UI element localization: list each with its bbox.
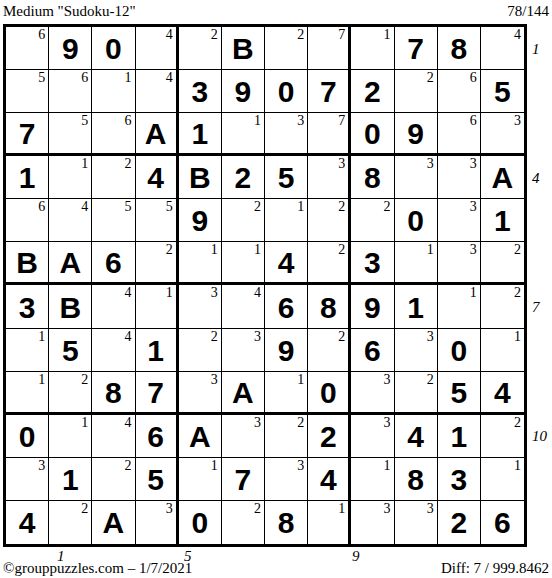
cell-r1c12[interactable]: 4 bbox=[481, 27, 524, 70]
cell-r7c11[interactable]: 1 bbox=[438, 285, 481, 328]
cell-r11c10[interactable]: 8 bbox=[395, 458, 438, 501]
pencil-mark: 2 bbox=[211, 27, 218, 43]
cell-r10c10[interactable]: 4 bbox=[395, 415, 438, 458]
cell-value: 4 bbox=[278, 246, 295, 278]
cell-value: 8 bbox=[450, 32, 467, 64]
cell-r6c3[interactable]: 6 bbox=[92, 242, 135, 285]
cell-r2c4[interactable]: 4 bbox=[136, 70, 179, 113]
cell-value: 1 bbox=[450, 420, 467, 452]
cell-r1c9[interactable]: 1 bbox=[351, 27, 394, 70]
cell-value: 9 bbox=[62, 32, 79, 64]
cell-value: 0 bbox=[19, 420, 36, 452]
cell-r5c4[interactable]: 5 bbox=[136, 199, 179, 242]
pencil-mark: 4 bbox=[81, 199, 88, 215]
cell-value: 3 bbox=[364, 246, 381, 278]
cell-r10c12[interactable]: 2 bbox=[481, 415, 524, 458]
cell-r8c11[interactable]: 0 bbox=[438, 329, 481, 372]
cell-r5c8[interactable]: 2 bbox=[308, 199, 351, 242]
cell-r2c10[interactable]: 2 bbox=[395, 70, 438, 113]
cell-r1c2[interactable]: 9 bbox=[49, 27, 92, 70]
cell-value: 6 bbox=[278, 291, 295, 323]
cell-r8c12[interactable]: 1 bbox=[481, 329, 524, 372]
cell-r8c1[interactable]: 1 bbox=[6, 329, 49, 372]
pencil-mark: 3 bbox=[254, 329, 261, 345]
cell-r6c7[interactable]: 4 bbox=[265, 242, 308, 285]
pencil-mark: 6 bbox=[38, 27, 45, 43]
cell-r10c7[interactable]: 2 bbox=[265, 415, 308, 458]
cell-value: 7 bbox=[235, 463, 252, 495]
pencil-mark: 2 bbox=[166, 242, 173, 258]
cell-r6c10[interactable]: 1 bbox=[395, 242, 438, 285]
cell-r11c6[interactable]: 7 bbox=[222, 458, 265, 501]
row-label-10: 10 bbox=[532, 428, 547, 444]
cell-r1c10[interactable]: 7 bbox=[395, 27, 438, 70]
cell-value: 7 bbox=[147, 376, 164, 408]
cell-value: 1 bbox=[191, 117, 208, 149]
cell-value: 0 bbox=[450, 334, 467, 366]
cell-value: 8 bbox=[320, 291, 337, 323]
cell-r6c12[interactable]: 2 bbox=[481, 242, 524, 285]
cell-r1c8[interactable]: 7 bbox=[308, 27, 351, 70]
cell-r7c2[interactable]: B bbox=[49, 285, 92, 328]
cell-value: 4 bbox=[320, 463, 337, 495]
cell-value: A bbox=[145, 117, 167, 149]
cell-r3c5[interactable]: 1 bbox=[179, 113, 222, 156]
cell-r11c3[interactable]: 2 bbox=[92, 458, 135, 501]
col-label-9: 9 bbox=[352, 548, 360, 564]
pencil-mark: 2 bbox=[297, 415, 304, 431]
cell-r11c7[interactable]: 3 bbox=[265, 458, 308, 501]
copyright-text: ©grouppuzzles.com – 1/7/2021 bbox=[3, 560, 192, 577]
pencil-mark: 3 bbox=[166, 501, 173, 517]
cell-value: 5 bbox=[278, 161, 295, 193]
cell-r9c2[interactable]: 2 bbox=[49, 372, 92, 415]
cell-r11c11[interactable]: 3 bbox=[438, 458, 481, 501]
cell-r11c4[interactable]: 5 bbox=[136, 458, 179, 501]
pencil-mark: 1 bbox=[514, 329, 521, 345]
pencil-mark: 1 bbox=[254, 113, 261, 129]
pencil-mark: 5 bbox=[166, 199, 173, 215]
cell-value: 0 bbox=[407, 204, 424, 236]
cell-r8c7[interactable]: 9 bbox=[265, 329, 308, 372]
cell-r9c4[interactable]: 7 bbox=[136, 372, 179, 415]
pencil-mark: 3 bbox=[384, 372, 391, 388]
cell-value: 0 bbox=[105, 32, 122, 64]
cell-r1c7[interactable]: 2 bbox=[265, 27, 308, 70]
cell-value: 4 bbox=[19, 506, 36, 538]
pencil-mark: 6 bbox=[470, 113, 477, 129]
cell-r2c5[interactable]: 3 bbox=[179, 70, 222, 113]
cell-r10c2[interactable]: 1 bbox=[49, 415, 92, 458]
cell-r7c1[interactable]: 3 bbox=[6, 285, 49, 328]
cell-r4c5[interactable]: B bbox=[179, 156, 222, 199]
cell-r5c1[interactable]: 6 bbox=[6, 199, 49, 242]
pencil-mark: 2 bbox=[81, 501, 88, 517]
cell-r5c10[interactable]: 0 bbox=[395, 199, 438, 242]
pencil-mark: 3 bbox=[384, 501, 391, 517]
cell-r5c9[interactable]: 2 bbox=[351, 199, 394, 242]
pencil-mark: 1 bbox=[211, 242, 218, 258]
cell-r7c6[interactable]: 4 bbox=[222, 285, 265, 328]
pencil-mark: 2 bbox=[384, 199, 391, 215]
pencil-mark: 6 bbox=[38, 199, 45, 215]
pencil-mark: 5 bbox=[38, 70, 45, 86]
cell-value: 8 bbox=[364, 161, 381, 193]
cell-r1c5[interactable]: 2 bbox=[179, 27, 222, 70]
cell-r8c8[interactable]: 2 bbox=[308, 329, 351, 372]
cell-r6c5[interactable]: 1 bbox=[179, 242, 222, 285]
cell-r3c4[interactable]: A bbox=[136, 113, 179, 156]
cell-value: 7 bbox=[320, 75, 337, 107]
cell-value: 8 bbox=[278, 506, 295, 538]
pencil-mark: 4 bbox=[125, 415, 132, 431]
cell-value: A bbox=[492, 161, 514, 193]
cell-value: 1 bbox=[407, 291, 424, 323]
cell-r8c10[interactable]: 3 bbox=[395, 329, 438, 372]
cell-value: B bbox=[16, 246, 38, 278]
pencil-mark: 1 bbox=[297, 199, 304, 215]
pencil-mark: 1 bbox=[514, 458, 521, 474]
pencil-mark: 2 bbox=[338, 329, 345, 345]
cell-value: 3 bbox=[450, 463, 467, 495]
pencil-mark: 2 bbox=[254, 501, 261, 517]
cell-value: 1 bbox=[62, 463, 79, 495]
cell-r10c1[interactable]: 0 bbox=[6, 415, 49, 458]
cell-r2c6[interactable]: 9 bbox=[222, 70, 265, 113]
cell-r4c12[interactable]: A bbox=[481, 156, 524, 199]
pencil-mark: 1 bbox=[470, 285, 477, 301]
cell-r12c4[interactable]: 3 bbox=[136, 501, 179, 544]
pencil-mark: 1 bbox=[81, 156, 88, 172]
cell-value: 8 bbox=[105, 376, 122, 408]
cell-r2c9[interactable]: 2 bbox=[351, 70, 394, 113]
cell-r6c6[interactable]: 1 bbox=[222, 242, 265, 285]
cell-r4c10[interactable]: 3 bbox=[395, 156, 438, 199]
cell-r3c8[interactable]: 7 bbox=[308, 113, 351, 156]
cell-r5c12[interactable]: 1 bbox=[481, 199, 524, 242]
cell-r11c1[interactable]: 3 bbox=[6, 458, 49, 501]
cell-r7c4[interactable]: 1 bbox=[136, 285, 179, 328]
cell-r4c2[interactable]: 1 bbox=[49, 156, 92, 199]
pencil-mark: 7 bbox=[338, 27, 345, 43]
cell-value: 7 bbox=[407, 32, 424, 64]
cell-r3c11[interactable]: 6 bbox=[438, 113, 481, 156]
pencil-mark: 2 bbox=[427, 70, 434, 86]
cell-r10c5[interactable]: A bbox=[179, 415, 222, 458]
pencil-mark: 1 bbox=[166, 285, 173, 301]
cell-value: 0 bbox=[364, 117, 381, 149]
cell-r9c6[interactable]: A bbox=[222, 372, 265, 415]
progress-counter: 78/144 bbox=[507, 3, 549, 20]
cell-r4c4[interactable]: 4 bbox=[136, 156, 179, 199]
cell-value: 4 bbox=[494, 376, 511, 408]
cell-r4c8[interactable]: 3 bbox=[308, 156, 351, 199]
cell-r3c9[interactable]: 0 bbox=[351, 113, 394, 156]
cell-r9c12[interactable]: 4 bbox=[481, 372, 524, 415]
cell-value: 7 bbox=[19, 117, 36, 149]
row-label-7: 7 bbox=[532, 299, 540, 315]
cell-r2c11[interactable]: 6 bbox=[438, 70, 481, 113]
cell-r8c6[interactable]: 3 bbox=[222, 329, 265, 372]
pencil-mark: 1 bbox=[81, 415, 88, 431]
cell-r10c6[interactable]: 3 bbox=[222, 415, 265, 458]
cell-value: 6 bbox=[105, 246, 122, 278]
cell-r12c6[interactable]: 2 bbox=[222, 501, 265, 544]
cell-r9c3[interactable]: 8 bbox=[92, 372, 135, 415]
cell-r12c7[interactable]: 8 bbox=[265, 501, 308, 544]
pencil-mark: 6 bbox=[470, 70, 477, 86]
cell-r5c6[interactable]: 2 bbox=[222, 199, 265, 242]
pencil-mark: 2 bbox=[427, 372, 434, 388]
cell-r7c10[interactable]: 1 bbox=[395, 285, 438, 328]
cell-value: 6 bbox=[147, 420, 164, 452]
cell-r12c8[interactable]: 1 bbox=[308, 501, 351, 544]
cell-value: B bbox=[189, 161, 211, 193]
pencil-mark: 3 bbox=[470, 242, 477, 258]
cell-r7c7[interactable]: 6 bbox=[265, 285, 308, 328]
cell-r12c1[interactable]: 4 bbox=[6, 501, 49, 544]
pencil-mark: 3 bbox=[211, 285, 218, 301]
pencil-mark: 2 bbox=[514, 285, 521, 301]
cell-r2c7[interactable]: 0 bbox=[265, 70, 308, 113]
pencil-mark: 3 bbox=[427, 329, 434, 345]
cell-r12c12[interactable]: 6 bbox=[481, 501, 524, 544]
pencil-mark: 1 bbox=[384, 27, 391, 43]
cell-r1c1[interactable]: 6 bbox=[6, 27, 49, 70]
cell-r2c1[interactable]: 5 bbox=[6, 70, 49, 113]
cell-value: 3 bbox=[19, 291, 36, 323]
cell-r6c11[interactable]: 3 bbox=[438, 242, 481, 285]
cell-r8c9[interactable]: 6 bbox=[351, 329, 394, 372]
cell-r9c1[interactable]: 1 bbox=[6, 372, 49, 415]
cell-r12c11[interactable]: 2 bbox=[438, 501, 481, 544]
pencil-mark: 5 bbox=[125, 199, 132, 215]
cell-value: 3 bbox=[191, 75, 208, 107]
pencil-mark: 1 bbox=[427, 242, 434, 258]
cell-value: 5 bbox=[494, 75, 511, 107]
pencil-mark: 2 bbox=[125, 156, 132, 172]
cell-r10c3[interactable]: 4 bbox=[92, 415, 135, 458]
pencil-mark: 3 bbox=[470, 199, 477, 215]
cell-value: 4 bbox=[147, 161, 164, 193]
cell-r2c8[interactable]: 7 bbox=[308, 70, 351, 113]
cell-r10c9[interactable]: 3 bbox=[351, 415, 394, 458]
pencil-mark: 1 bbox=[125, 70, 132, 86]
cell-r12c2[interactable]: 2 bbox=[49, 501, 92, 544]
pencil-mark: 1 bbox=[38, 372, 45, 388]
pencil-mark: 1 bbox=[211, 458, 218, 474]
cell-value: 6 bbox=[364, 334, 381, 366]
cell-r7c9[interactable]: 9 bbox=[351, 285, 394, 328]
pencil-mark: 3 bbox=[470, 156, 477, 172]
pencil-mark: 2 bbox=[514, 415, 521, 431]
cell-r1c4[interactable]: 4 bbox=[136, 27, 179, 70]
cell-value: 5 bbox=[450, 376, 467, 408]
cell-r7c5[interactable]: 3 bbox=[179, 285, 222, 328]
cell-r8c5[interactable]: 2 bbox=[179, 329, 222, 372]
pencil-mark: 1 bbox=[384, 458, 391, 474]
cell-value: A bbox=[232, 376, 254, 408]
cell-value: 9 bbox=[235, 75, 252, 107]
cell-r10c8[interactable]: 2 bbox=[308, 415, 351, 458]
cell-r8c4[interactable]: 1 bbox=[136, 329, 179, 372]
cell-r10c11[interactable]: 1 bbox=[438, 415, 481, 458]
cell-value: B bbox=[59, 291, 81, 323]
cell-r2c12[interactable]: 5 bbox=[481, 70, 524, 113]
puzzle-title: Medium "Sudoku-12" bbox=[3, 3, 136, 20]
cell-r12c5[interactable]: 0 bbox=[179, 501, 222, 544]
cell-value: 5 bbox=[147, 463, 164, 495]
cell-r3c6[interactable]: 1 bbox=[222, 113, 265, 156]
pencil-mark: 2 bbox=[338, 199, 345, 215]
cell-r4c6[interactable]: 2 bbox=[222, 156, 265, 199]
cell-r8c3[interactable]: 4 bbox=[92, 329, 135, 372]
cell-r6c8[interactable]: 2 bbox=[308, 242, 351, 285]
cell-r11c8[interactable]: 4 bbox=[308, 458, 351, 501]
pencil-mark: 4 bbox=[514, 27, 521, 43]
pencil-mark: 6 bbox=[81, 70, 88, 86]
sudoku-board: 69042B271784561439072265756A113709631124… bbox=[3, 24, 527, 547]
row-label-4: 4 bbox=[532, 170, 540, 186]
cell-r3c10[interactable]: 9 bbox=[395, 113, 438, 156]
cell-r1c6[interactable]: B bbox=[222, 27, 265, 70]
pencil-mark: 3 bbox=[254, 415, 261, 431]
cell-value: 0 bbox=[191, 506, 208, 538]
cell-value: 9 bbox=[407, 117, 424, 149]
pencil-mark: 2 bbox=[254, 199, 261, 215]
cell-value: 2 bbox=[320, 420, 337, 452]
cell-r7c8[interactable]: 8 bbox=[308, 285, 351, 328]
cell-r9c11[interactable]: 5 bbox=[438, 372, 481, 415]
cell-value: 0 bbox=[278, 75, 295, 107]
pencil-mark: 6 bbox=[125, 113, 132, 129]
cell-value: 2 bbox=[450, 506, 467, 538]
pencil-mark: 3 bbox=[427, 156, 434, 172]
pencil-mark: 1 bbox=[297, 372, 304, 388]
pencil-mark: 2 bbox=[81, 372, 88, 388]
cell-r5c7[interactable]: 1 bbox=[265, 199, 308, 242]
cell-r3c12[interactable]: 3 bbox=[481, 113, 524, 156]
cell-value: 5 bbox=[62, 334, 79, 366]
pencil-mark: 3 bbox=[211, 372, 218, 388]
pencil-mark: 1 bbox=[254, 242, 261, 258]
cell-value: 2 bbox=[235, 161, 252, 193]
cell-r12c10[interactable]: 3 bbox=[395, 501, 438, 544]
cell-r6c4[interactable]: 2 bbox=[136, 242, 179, 285]
cell-r5c3[interactable]: 5 bbox=[92, 199, 135, 242]
row-label-1: 1 bbox=[532, 41, 540, 57]
pencil-mark: 4 bbox=[166, 27, 173, 43]
cell-r12c3[interactable]: A bbox=[92, 501, 135, 544]
pencil-mark: 2 bbox=[125, 458, 132, 474]
pencil-mark: 3 bbox=[297, 113, 304, 129]
cell-value: 6 bbox=[494, 506, 511, 538]
cell-value: 9 bbox=[191, 204, 208, 236]
pencil-mark: 5 bbox=[81, 113, 88, 129]
pencil-mark: 7 bbox=[338, 113, 345, 129]
pencil-mark: 2 bbox=[211, 329, 218, 345]
pencil-mark: 3 bbox=[384, 415, 391, 431]
cell-value: 9 bbox=[364, 291, 381, 323]
cell-r9c9[interactable]: 3 bbox=[351, 372, 394, 415]
cell-r1c11[interactable]: 8 bbox=[438, 27, 481, 70]
cell-r6c9[interactable]: 3 bbox=[351, 242, 394, 285]
cell-r9c8[interactable]: 0 bbox=[308, 372, 351, 415]
pencil-mark: 4 bbox=[254, 285, 261, 301]
pencil-mark: 3 bbox=[514, 113, 521, 129]
cell-r9c5[interactable]: 3 bbox=[179, 372, 222, 415]
cell-r5c11[interactable]: 3 bbox=[438, 199, 481, 242]
cell-value: 0 bbox=[320, 376, 337, 408]
pencil-mark: 1 bbox=[38, 329, 45, 345]
cell-r6c2[interactable]: A bbox=[49, 242, 92, 285]
cell-r11c5[interactable]: 1 bbox=[179, 458, 222, 501]
cell-r4c1[interactable]: 1 bbox=[6, 156, 49, 199]
cell-r3c2[interactable]: 5 bbox=[49, 113, 92, 156]
cell-r4c11[interactable]: 3 bbox=[438, 156, 481, 199]
cell-r10c4[interactable]: 6 bbox=[136, 415, 179, 458]
cell-r3c7[interactable]: 3 bbox=[265, 113, 308, 156]
pencil-mark: 2 bbox=[338, 242, 345, 258]
cell-value: 4 bbox=[407, 420, 424, 452]
cell-r5c5[interactable]: 9 bbox=[179, 199, 222, 242]
cell-r2c2[interactable]: 6 bbox=[49, 70, 92, 113]
cell-value: A bbox=[103, 506, 125, 538]
cell-r11c2[interactable]: 1 bbox=[49, 458, 92, 501]
cell-r11c9[interactable]: 1 bbox=[351, 458, 394, 501]
pencil-mark: 2 bbox=[297, 27, 304, 43]
cell-value: 9 bbox=[278, 334, 295, 366]
cell-value: A bbox=[59, 246, 81, 278]
cell-r9c10[interactable]: 2 bbox=[395, 372, 438, 415]
cell-r4c7[interactable]: 5 bbox=[265, 156, 308, 199]
pencil-mark: 4 bbox=[125, 285, 132, 301]
cell-value: A bbox=[189, 420, 211, 452]
cell-r11c12[interactable]: 1 bbox=[481, 458, 524, 501]
cell-value: 1 bbox=[494, 204, 511, 236]
cell-r9c7[interactable]: 1 bbox=[265, 372, 308, 415]
pencil-mark: 1 bbox=[338, 501, 345, 517]
cell-r4c9[interactable]: 8 bbox=[351, 156, 394, 199]
pencil-mark: 3 bbox=[427, 501, 434, 517]
pencil-mark: 3 bbox=[338, 156, 345, 172]
pencil-mark: 3 bbox=[38, 458, 45, 474]
pencil-mark: 3 bbox=[297, 458, 304, 474]
cell-value: 8 bbox=[407, 463, 424, 495]
pencil-mark: 4 bbox=[166, 70, 173, 86]
cell-value: B bbox=[232, 32, 254, 64]
pencil-mark: 2 bbox=[514, 242, 521, 258]
pencil-mark: 4 bbox=[125, 329, 132, 345]
cell-r3c3[interactable]: 6 bbox=[92, 113, 135, 156]
cell-value: 1 bbox=[19, 161, 36, 193]
cell-r3c1[interactable]: 7 bbox=[6, 113, 49, 156]
cell-r6c1[interactable]: B bbox=[6, 242, 49, 285]
difficulty-text: Diff: 7 / 999.8462 bbox=[441, 560, 549, 577]
cell-r4c3[interactable]: 2 bbox=[92, 156, 135, 199]
cell-r7c3[interactable]: 4 bbox=[92, 285, 135, 328]
cell-value: 2 bbox=[364, 75, 381, 107]
cell-r7c12[interactable]: 2 bbox=[481, 285, 524, 328]
cell-r5c2[interactable]: 4 bbox=[49, 199, 92, 242]
cell-r1c3[interactable]: 0 bbox=[92, 27, 135, 70]
cell-r12c9[interactable]: 3 bbox=[351, 501, 394, 544]
cell-value: 1 bbox=[147, 334, 164, 366]
cell-r8c2[interactable]: 5 bbox=[49, 329, 92, 372]
cell-r2c3[interactable]: 1 bbox=[92, 70, 135, 113]
